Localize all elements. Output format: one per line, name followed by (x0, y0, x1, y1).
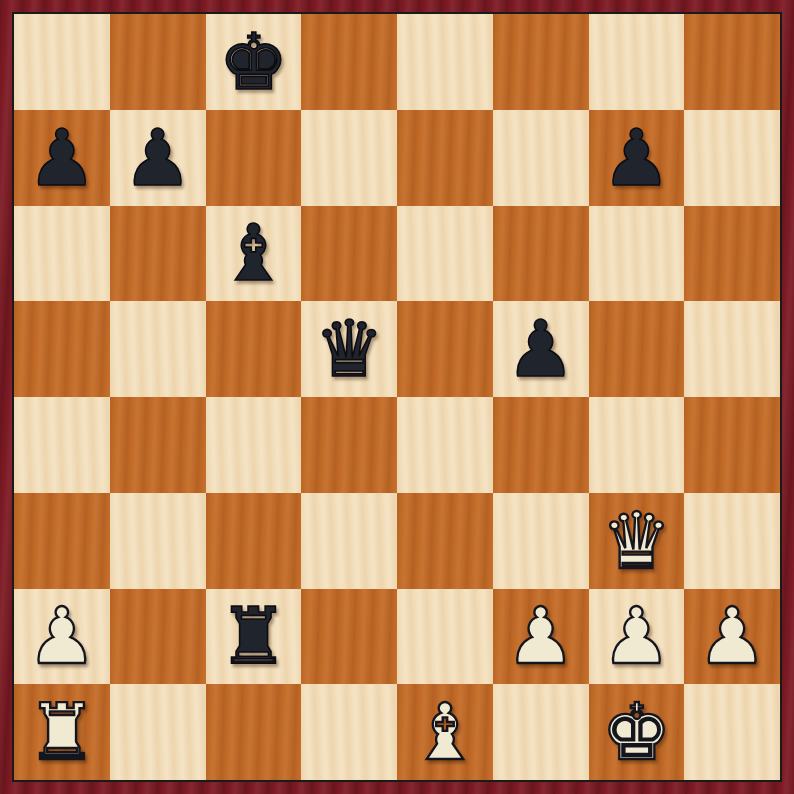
square-h1[interactable] (684, 684, 780, 780)
square-b2[interactable] (110, 589, 206, 685)
square-a3[interactable] (14, 493, 110, 589)
square-c8[interactable]: ♚ (206, 14, 302, 110)
square-d8[interactable] (301, 14, 397, 110)
square-b1[interactable] (110, 684, 206, 780)
square-a4[interactable] (14, 397, 110, 493)
square-f2[interactable]: ♟ (493, 589, 589, 685)
white-bishop-e1: ♝ (410, 693, 480, 771)
square-b4[interactable] (110, 397, 206, 493)
white-rook-a1: ♜ (27, 693, 97, 771)
square-f5[interactable]: ♟ (493, 301, 589, 397)
square-c7[interactable] (206, 110, 302, 206)
black-pawn-a7: ♟ (27, 119, 97, 197)
board: ♚♟♟♟♝♛♟♛♟♜♟♟♟♜♝♚ (14, 14, 780, 780)
square-d6[interactable] (301, 206, 397, 302)
square-b7[interactable]: ♟ (110, 110, 206, 206)
square-c2[interactable]: ♜ (206, 589, 302, 685)
square-g7[interactable]: ♟ (589, 110, 685, 206)
square-a2[interactable]: ♟ (14, 589, 110, 685)
square-e4[interactable] (397, 397, 493, 493)
square-a1[interactable]: ♜ (14, 684, 110, 780)
square-g5[interactable] (589, 301, 685, 397)
square-e8[interactable] (397, 14, 493, 110)
square-h2[interactable]: ♟ (684, 589, 780, 685)
square-b8[interactable] (110, 14, 206, 110)
square-f1[interactable] (493, 684, 589, 780)
square-e6[interactable] (397, 206, 493, 302)
white-pawn-a2: ♟ (27, 597, 97, 675)
white-queen-g3: ♛ (601, 502, 671, 580)
square-a8[interactable] (14, 14, 110, 110)
square-d1[interactable] (301, 684, 397, 780)
square-c3[interactable] (206, 493, 302, 589)
white-king-g1: ♚ (601, 693, 671, 771)
square-f4[interactable] (493, 397, 589, 493)
square-f8[interactable] (493, 14, 589, 110)
square-e5[interactable] (397, 301, 493, 397)
square-g6[interactable] (589, 206, 685, 302)
square-b6[interactable] (110, 206, 206, 302)
black-pawn-g7: ♟ (601, 119, 671, 197)
square-a5[interactable] (14, 301, 110, 397)
square-f7[interactable] (493, 110, 589, 206)
square-h7[interactable] (684, 110, 780, 206)
square-h3[interactable] (684, 493, 780, 589)
square-b3[interactable] (110, 493, 206, 589)
square-g8[interactable] (589, 14, 685, 110)
square-h5[interactable] (684, 301, 780, 397)
black-bishop-c6: ♝ (218, 214, 288, 292)
black-queen-d5: ♛ (314, 310, 384, 388)
square-d3[interactable] (301, 493, 397, 589)
chess-board-frame: ♚♟♟♟♝♛♟♛♟♜♟♟♟♜♝♚ (0, 0, 794, 794)
square-d4[interactable] (301, 397, 397, 493)
black-king-c8: ♚ (218, 23, 288, 101)
square-g1[interactable]: ♚ (589, 684, 685, 780)
square-g4[interactable] (589, 397, 685, 493)
black-pawn-f5: ♟ (506, 310, 576, 388)
square-h4[interactable] (684, 397, 780, 493)
square-c6[interactable]: ♝ (206, 206, 302, 302)
square-a7[interactable]: ♟ (14, 110, 110, 206)
square-b5[interactable] (110, 301, 206, 397)
square-d5[interactable]: ♛ (301, 301, 397, 397)
square-d7[interactable] (301, 110, 397, 206)
square-e7[interactable] (397, 110, 493, 206)
square-d2[interactable] (301, 589, 397, 685)
square-f3[interactable] (493, 493, 589, 589)
square-g3[interactable]: ♛ (589, 493, 685, 589)
square-g2[interactable]: ♟ (589, 589, 685, 685)
square-e2[interactable] (397, 589, 493, 685)
square-e1[interactable]: ♝ (397, 684, 493, 780)
white-pawn-f2: ♟ (506, 597, 576, 675)
square-f6[interactable] (493, 206, 589, 302)
square-h6[interactable] (684, 206, 780, 302)
black-rook-c2: ♜ (218, 597, 288, 675)
white-pawn-g2: ♟ (601, 597, 671, 675)
square-a6[interactable] (14, 206, 110, 302)
square-c1[interactable] (206, 684, 302, 780)
square-c5[interactable] (206, 301, 302, 397)
white-pawn-h2: ♟ (697, 597, 767, 675)
square-e3[interactable] (397, 493, 493, 589)
square-h8[interactable] (684, 14, 780, 110)
black-pawn-b7: ♟ (123, 119, 193, 197)
square-c4[interactable] (206, 397, 302, 493)
